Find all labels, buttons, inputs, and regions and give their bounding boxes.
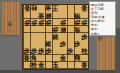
board-cell[interactable] bbox=[52, 48, 59, 55]
gote-piece[interactable]: 歩 bbox=[74, 20, 80, 26]
board-cell[interactable]: 飛 bbox=[74, 12, 81, 19]
board-cell[interactable] bbox=[81, 26, 88, 33]
board-cell[interactable] bbox=[74, 5, 81, 12]
board-cell[interactable] bbox=[37, 5, 44, 12]
board-cell[interactable] bbox=[59, 62, 66, 69]
sente-piece[interactable]: 玉 bbox=[52, 62, 58, 68]
board-cell[interactable]: 銀 bbox=[45, 12, 52, 19]
board-cell[interactable]: 香 bbox=[81, 62, 88, 69]
gote-piece[interactable]: 角 bbox=[74, 27, 80, 33]
board-cell[interactable] bbox=[23, 41, 30, 48]
sente-piece[interactable]: 歩 bbox=[60, 41, 66, 47]
board-cell[interactable] bbox=[23, 26, 30, 33]
board-cell[interactable]: 歩 bbox=[81, 19, 88, 26]
board-cell[interactable] bbox=[30, 12, 37, 19]
board-cell[interactable] bbox=[52, 19, 59, 26]
board-cell[interactable] bbox=[59, 33, 66, 40]
board-cell[interactable] bbox=[37, 55, 44, 62]
gote-piece[interactable]: 王 bbox=[52, 5, 58, 11]
sente-piece[interactable]: 歩 bbox=[38, 48, 44, 54]
board-cell[interactable] bbox=[30, 33, 37, 40]
sente-piece[interactable]: 香 bbox=[24, 55, 30, 61]
sente-piece[interactable]: 飛 bbox=[74, 55, 80, 61]
board-cell[interactable] bbox=[66, 12, 73, 19]
gote-piece[interactable]: 銀 bbox=[60, 27, 66, 33]
sente-piece[interactable]: 金 bbox=[38, 62, 44, 68]
board-cell[interactable]: 桂 bbox=[30, 5, 37, 12]
sente-piece[interactable]: 銀 bbox=[52, 34, 58, 40]
board-cell[interactable] bbox=[81, 12, 88, 19]
board-cell[interactable]: 歩 bbox=[37, 48, 44, 55]
board-cell[interactable]: 銀 bbox=[52, 33, 59, 40]
board-cell[interactable]: 歩 bbox=[45, 19, 52, 26]
gote-piece[interactable]: 歩 bbox=[24, 20, 30, 26]
board-cell[interactable]: 歩 bbox=[37, 19, 44, 26]
gote-piece[interactable]: 歩 bbox=[52, 27, 58, 33]
sente-piece[interactable]: 桂 bbox=[81, 48, 87, 54]
sente-piece[interactable]: 歩 bbox=[81, 34, 87, 40]
board-cell[interactable] bbox=[81, 55, 88, 62]
board-cell[interactable] bbox=[52, 41, 59, 48]
sente-piece[interactable]: 歩 bbox=[74, 41, 80, 47]
board-cell[interactable]: 歩 bbox=[74, 19, 81, 26]
board-cell[interactable] bbox=[23, 12, 30, 19]
board-cell[interactable]: 歩 bbox=[30, 48, 37, 55]
board-cell[interactable] bbox=[66, 41, 73, 48]
board-cell[interactable]: 歩 bbox=[23, 19, 30, 26]
gote-piece[interactable]: 歩 bbox=[45, 20, 51, 26]
gote-piece[interactable]: 銀 bbox=[45, 13, 51, 19]
sente-piece[interactable]: 歩 bbox=[45, 48, 51, 54]
board-cell[interactable]: 金 bbox=[37, 62, 44, 69]
sente-piece[interactable]: 桂 bbox=[31, 62, 37, 68]
board-cell[interactable] bbox=[52, 55, 59, 62]
board-cell[interactable] bbox=[59, 12, 66, 19]
board-cell[interactable] bbox=[37, 41, 44, 48]
board-cell[interactable]: 歩 bbox=[30, 19, 37, 26]
board-cell[interactable]: 歩 bbox=[66, 48, 73, 55]
board-cell[interactable]: 角 bbox=[74, 26, 81, 33]
app-window: 歩 ・・ 桂 開始日時:終了日時:棋戦:戦型:矢倉持ち時間:先手:後手:手数= … bbox=[0, 0, 120, 73]
board-cell[interactable]: 香 bbox=[23, 5, 30, 12]
board-cell[interactable] bbox=[45, 26, 52, 33]
board-cell[interactable] bbox=[52, 12, 59, 19]
gote-piece[interactable]: 桂 bbox=[31, 5, 37, 11]
board-cell[interactable] bbox=[74, 48, 81, 55]
board-cell[interactable] bbox=[23, 33, 30, 40]
board-cell[interactable] bbox=[23, 62, 30, 69]
board-cell[interactable]: 香 bbox=[81, 5, 88, 12]
gote-hand-count-dots: ・・ bbox=[7, 29, 14, 33]
gote-piece[interactable]: 香 bbox=[24, 5, 30, 11]
board-cell[interactable]: 飛 bbox=[74, 55, 81, 62]
board-cell[interactable] bbox=[74, 33, 81, 40]
board-cell[interactable]: 香 bbox=[23, 55, 30, 62]
board-cell[interactable]: 王 bbox=[52, 5, 59, 12]
board-cell[interactable]: 歩 bbox=[23, 48, 30, 55]
sente-piece[interactable]: 歩 bbox=[24, 48, 30, 54]
board-cell[interactable]: 銀 bbox=[45, 41, 52, 48]
shogi-board[interactable]: 香桂金王香金銀飛歩歩歩歩歩歩歩歩銀角銀歩銀歩歩歩歩歩歩歩桂香角金飛桂金玉香 bbox=[22, 4, 89, 70]
board-cell[interactable]: 桂 bbox=[81, 48, 88, 55]
sente-piece[interactable]: 歩 bbox=[31, 48, 37, 54]
board-cell[interactable] bbox=[59, 5, 66, 12]
board-cell[interactable]: 歩 bbox=[59, 41, 66, 48]
board-cell[interactable]: 桂 bbox=[30, 62, 37, 69]
sente-hand-piece-knight[interactable]: 桂 bbox=[98, 37, 103, 42]
board-cell[interactable]: 歩 bbox=[81, 33, 88, 40]
board-cell[interactable]: 歩 bbox=[59, 19, 66, 26]
board-cell[interactable] bbox=[81, 41, 88, 48]
board-cell[interactable]: 歩 bbox=[52, 26, 59, 33]
board-cell[interactable]: 角 bbox=[30, 55, 37, 62]
sente-piece[interactable]: 歩 bbox=[67, 48, 73, 54]
gote-hand-piece-pawn[interactable]: 歩 bbox=[7, 20, 13, 26]
gote-piece[interactable]: 金 bbox=[38, 13, 44, 19]
board-cell[interactable]: 玉 bbox=[52, 62, 59, 69]
board-cell[interactable] bbox=[66, 19, 73, 26]
sente-piece[interactable]: 金 bbox=[60, 55, 66, 61]
gote-piece[interactable]: 飛 bbox=[74, 13, 80, 19]
board-cell[interactable] bbox=[45, 55, 52, 62]
gote-piece[interactable]: 香 bbox=[81, 5, 87, 11]
gote-piece[interactable]: 金 bbox=[45, 5, 51, 11]
gote-piece[interactable]: 歩 bbox=[81, 20, 87, 26]
sente-piece[interactable]: 角 bbox=[31, 55, 37, 61]
board-cell[interactable] bbox=[30, 41, 37, 48]
board-cell[interactable] bbox=[37, 26, 44, 33]
board-cell[interactable]: 金 bbox=[37, 12, 44, 19]
board-cell[interactable]: 金 bbox=[59, 55, 66, 62]
sente-captured-stand bbox=[97, 37, 115, 70]
bottom-shade-strip bbox=[0, 70, 120, 73]
board-cell[interactable] bbox=[66, 55, 73, 62]
board-cell[interactable] bbox=[45, 62, 52, 69]
board-cell[interactable] bbox=[66, 5, 73, 12]
gote-piece[interactable]: 歩 bbox=[60, 20, 66, 26]
sente-piece[interactable]: 香 bbox=[81, 62, 87, 68]
gote-piece[interactable]: 歩 bbox=[31, 20, 37, 26]
board-cell[interactable] bbox=[66, 62, 73, 69]
board-cell[interactable] bbox=[66, 33, 73, 40]
board-cell[interactable]: 銀 bbox=[59, 26, 66, 33]
board-cell[interactable] bbox=[37, 33, 44, 40]
board-cell[interactable] bbox=[45, 33, 52, 40]
board-cell[interactable] bbox=[66, 26, 73, 33]
sente-piece[interactable]: 銀 bbox=[45, 41, 51, 47]
board-cell[interactable]: 歩 bbox=[45, 48, 52, 55]
board-cell[interactable] bbox=[74, 62, 81, 69]
board-cell[interactable]: 金 bbox=[45, 5, 52, 12]
board-cell[interactable] bbox=[30, 26, 37, 33]
gote-piece[interactable]: 歩 bbox=[38, 20, 44, 26]
board-cell[interactable]: 歩 bbox=[74, 41, 81, 48]
game-info-panel: 開始日時:終了日時:棋戦:戦型:矢倉持ち時間:先手:後手:手数= bbox=[89, 1, 116, 36]
board-cell[interactable] bbox=[59, 48, 66, 55]
kifu-info-line: 手数= bbox=[91, 32, 115, 36]
